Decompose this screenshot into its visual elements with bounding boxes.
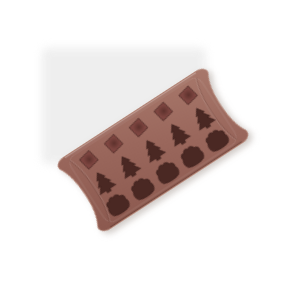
product-photo bbox=[0, 0, 300, 300]
